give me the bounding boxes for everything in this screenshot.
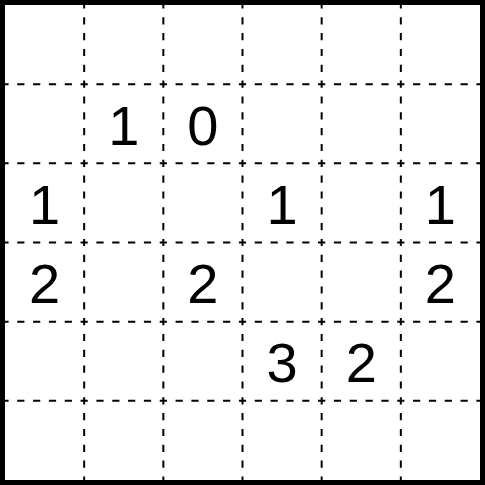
cell-r1c1[interactable] bbox=[5, 5, 84, 84]
cell-r3c4[interactable]: 1 bbox=[242, 163, 321, 242]
cell-r6c6[interactable] bbox=[401, 401, 480, 480]
cell-r3c1[interactable]: 1 bbox=[5, 163, 84, 242]
cell-r6c1[interactable] bbox=[5, 401, 84, 480]
cell-grid: 1011122232 bbox=[5, 5, 480, 480]
cell-r5c3[interactable] bbox=[163, 322, 242, 401]
cell-r4c1[interactable]: 2 bbox=[5, 242, 84, 321]
clue-number: 2 bbox=[346, 335, 377, 391]
cell-r5c6[interactable] bbox=[401, 322, 480, 401]
cell-r2c4[interactable] bbox=[242, 84, 321, 163]
cell-r6c2[interactable] bbox=[84, 401, 163, 480]
clue-number: 3 bbox=[266, 335, 297, 391]
cell-r5c2[interactable] bbox=[84, 322, 163, 401]
clue-number: 1 bbox=[29, 177, 60, 233]
cell-r2c3[interactable]: 0 bbox=[163, 84, 242, 163]
cell-r4c4[interactable] bbox=[242, 242, 321, 321]
clue-number: 1 bbox=[425, 177, 456, 233]
slitherlink-board: 1011122232 bbox=[0, 0, 485, 485]
cell-r4c6[interactable]: 2 bbox=[401, 242, 480, 321]
cell-r2c6[interactable] bbox=[401, 84, 480, 163]
cell-r4c3[interactable]: 2 bbox=[163, 242, 242, 321]
clue-number: 1 bbox=[108, 98, 139, 154]
clue-number: 1 bbox=[266, 177, 297, 233]
cell-r1c3[interactable] bbox=[163, 5, 242, 84]
clue-number: 2 bbox=[29, 256, 60, 312]
clue-number: 2 bbox=[187, 256, 218, 312]
cell-r1c5[interactable] bbox=[322, 5, 401, 84]
clue-number: 0 bbox=[187, 98, 218, 154]
cell-r6c4[interactable] bbox=[242, 401, 321, 480]
cell-r6c5[interactable] bbox=[322, 401, 401, 480]
cell-r3c2[interactable] bbox=[84, 163, 163, 242]
clue-number: 2 bbox=[425, 256, 456, 312]
cell-r4c5[interactable] bbox=[322, 242, 401, 321]
cell-r1c4[interactable] bbox=[242, 5, 321, 84]
cell-r2c5[interactable] bbox=[322, 84, 401, 163]
cell-r3c6[interactable]: 1 bbox=[401, 163, 480, 242]
cell-r2c2[interactable]: 1 bbox=[84, 84, 163, 163]
cell-r1c6[interactable] bbox=[401, 5, 480, 84]
cell-r3c5[interactable] bbox=[322, 163, 401, 242]
cell-r4c2[interactable] bbox=[84, 242, 163, 321]
cell-r6c3[interactable] bbox=[163, 401, 242, 480]
cell-r5c4[interactable]: 3 bbox=[242, 322, 321, 401]
cell-r5c1[interactable] bbox=[5, 322, 84, 401]
cell-r2c1[interactable] bbox=[5, 84, 84, 163]
cell-r3c3[interactable] bbox=[163, 163, 242, 242]
cell-r1c2[interactable] bbox=[84, 5, 163, 84]
cell-r5c5[interactable]: 2 bbox=[322, 322, 401, 401]
